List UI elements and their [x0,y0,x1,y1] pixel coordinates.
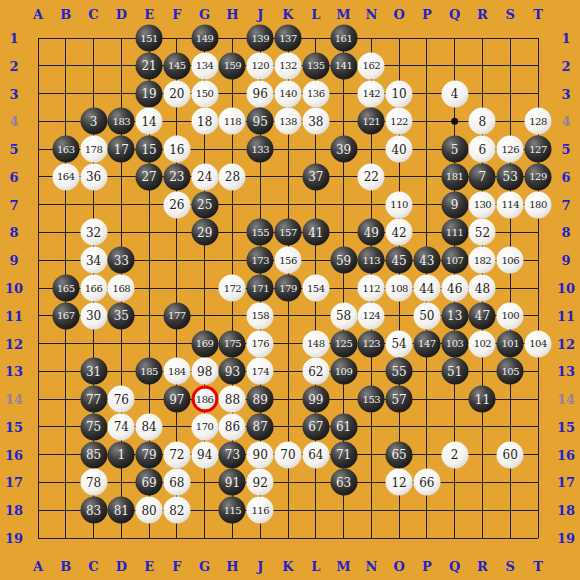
move-number: 18 [197,115,212,127]
row-label: 18 [557,504,575,517]
move-number: 177 [168,311,186,321]
row-label: 2 [9,59,18,72]
move-number: 121 [363,116,381,126]
col-label: A [33,560,43,573]
move-number: 38 [308,115,323,127]
row-label: 7 [9,198,18,211]
row-label: 2 [561,59,570,72]
stone: 70 [275,441,302,468]
stone: 166 [80,275,107,302]
stone: 45 [386,247,413,274]
stone: 46 [441,275,468,302]
stone: 157 [275,219,302,246]
stone: 88 [219,386,246,413]
move-number: 128 [529,116,547,126]
stone: 66 [413,469,440,496]
move-number: 112 [363,283,381,293]
col-label: F [172,8,181,21]
move-number: 149 [196,33,214,43]
stone: 8 [469,108,496,135]
stone: 174 [247,358,274,385]
move-number: 15 [141,143,156,155]
move-number: 66 [419,476,434,488]
move-number: 86 [225,421,240,433]
move-number: 101 [501,339,519,349]
move-number: 34 [86,254,101,266]
move-number: 166 [85,283,103,293]
stone: 159 [219,52,246,79]
stone: 75 [80,413,107,440]
col-label: N [365,560,377,573]
stone: 142 [358,80,385,107]
stone: 97 [163,386,190,413]
stone: 109 [330,358,357,385]
stone: 60 [497,441,524,468]
move-number: 115 [224,505,242,515]
stone: 42 [386,219,413,246]
row-label: 15 [557,420,575,433]
col-label: Q [449,8,460,21]
move-number: 170 [196,422,214,432]
stone: 124 [358,302,385,329]
stone: 3 [80,108,107,135]
move-number: 45 [391,254,406,266]
stone: 173 [247,247,274,274]
stone: 121 [358,108,385,135]
move-number: 67 [308,421,323,433]
stone: 100 [497,302,524,329]
row-label: 14 [557,393,575,406]
move-number: 3 [90,115,98,127]
stone: 25 [191,191,218,218]
stone: 91 [219,469,246,496]
move-number: 80 [141,504,156,516]
move-number: 114 [501,200,519,210]
row-label: 11 [5,309,23,322]
stone: 110 [386,191,413,218]
move-number: 37 [308,171,323,183]
stone: 74 [108,413,135,440]
move-number: 153 [363,394,381,404]
stone: 6 [469,136,496,163]
stone: 48 [469,275,496,302]
move-number: 49 [364,226,379,238]
move-number: 179 [279,283,297,293]
move-number: 24 [197,171,212,183]
stone: 95 [247,108,274,135]
stone: 138 [275,108,302,135]
move-number: 129 [529,172,547,182]
star-point-icon [451,118,458,125]
stone: 72 [163,441,190,468]
stone: 22 [358,163,385,190]
stone: 111 [441,219,468,246]
move-number: 7 [479,171,487,183]
move-number: 105 [501,366,519,376]
stone: 30 [80,302,107,329]
move-number: 138 [279,116,297,126]
col-label: R [477,8,488,21]
stone: 105 [497,358,524,385]
move-number: 35 [114,310,129,322]
stone: 38 [302,108,329,135]
stone: 79 [136,441,163,468]
stone: 122 [386,108,413,135]
stone: 123 [358,330,385,357]
stone: 19 [136,80,163,107]
stone: 64 [302,441,329,468]
stone: 84 [136,413,163,440]
row-label: 5 [561,143,570,156]
move-number: 164 [57,172,75,182]
move-number: 69 [141,476,156,488]
move-number: 99 [308,393,323,405]
move-number: 81 [114,504,129,516]
col-label: E [144,560,154,573]
stone: 63 [330,469,357,496]
move-number: 111 [446,227,464,237]
stone: 149 [191,25,218,52]
stone: 80 [136,497,163,524]
stone: 99 [302,386,329,413]
stone: 52 [469,219,496,246]
stone: 164 [52,163,79,190]
stone: 185 [136,358,163,385]
move-number: 172 [224,283,242,293]
row-label: 3 [9,87,18,100]
move-number: 120 [251,61,269,71]
move-number: 12 [391,476,406,488]
move-number: 75 [86,421,101,433]
move-number: 116 [251,505,269,515]
move-number: 22 [364,171,379,183]
move-number: 52 [475,226,490,238]
stone: 141 [330,52,357,79]
stone: 10 [386,80,413,107]
move-number: 142 [363,89,381,99]
move-number: 147 [418,339,436,349]
col-label: G [199,8,210,21]
stone: 125 [330,330,357,357]
move-number: 110 [390,200,408,210]
move-number: 50 [419,310,434,322]
move-number: 57 [391,393,406,405]
stone: 115 [219,497,246,524]
stone: 135 [302,52,329,79]
stone: 175 [219,330,246,357]
stone: 4 [441,80,468,107]
move-number: 39 [336,143,351,155]
move-number: 71 [336,449,351,461]
stone: 49 [358,219,385,246]
move-number: 8 [479,115,487,127]
move-number: 10 [391,88,406,100]
move-number: 145 [168,61,186,71]
move-number: 182 [474,255,492,265]
row-label: 10 [557,282,575,295]
move-number: 98 [197,365,212,377]
stone: 181 [441,163,468,190]
row-label: 17 [557,476,575,489]
move-number: 4 [451,88,459,100]
row-label: 8 [9,226,18,239]
stone: 106 [497,247,524,274]
col-label: L [311,560,320,573]
move-number: 59 [336,254,351,266]
move-number: 139 [251,33,269,43]
stone: 76 [108,386,135,413]
stone: 158 [247,302,274,329]
move-number: 163 [57,144,75,154]
stone: 41 [302,219,329,246]
move-number: 89 [253,393,268,405]
move-number: 62 [308,365,323,377]
go-board[interactable]: AABBCCDDEEFFGGHHJJKKLLMMNNOOPPQQRRSSTT11… [0,0,580,580]
stone: 179 [275,275,302,302]
move-number: 70 [280,449,295,461]
move-number: 33 [114,254,129,266]
stone: 139 [247,25,274,52]
move-number: 41 [308,226,323,238]
move-number: 178 [85,144,103,154]
move-number: 175 [224,339,242,349]
move-number: 107 [446,255,464,265]
move-number: 97 [169,393,184,405]
move-number: 90 [253,449,268,461]
stone: 61 [330,413,357,440]
stone: 130 [469,191,496,218]
move-number: 91 [225,476,240,488]
row-label: 4 [9,115,18,128]
stone: 71 [330,441,357,468]
stone: 23 [163,163,190,190]
stone: 169 [191,330,218,357]
stone: 126 [497,136,524,163]
move-number: 87 [253,421,268,433]
stone: 58 [330,302,357,329]
move-number: 158 [251,311,269,321]
stone: 168 [108,275,135,302]
move-number: 29 [197,226,212,238]
stone: 118 [219,108,246,135]
stone: 155 [247,219,274,246]
move-number: 47 [475,310,490,322]
row-label: 18 [5,504,23,517]
col-label: C [88,560,98,573]
row-label: 6 [9,170,18,183]
stone: 176 [247,330,274,357]
move-number: 130 [474,200,492,210]
stone: 32 [80,219,107,246]
move-number: 64 [308,449,323,461]
col-label: C [88,8,98,21]
move-number: 137 [279,33,297,43]
stone: 53 [497,163,524,190]
move-number: 73 [225,449,240,461]
stone: 137 [275,25,302,52]
stone: 24 [191,163,218,190]
move-number: 36 [86,171,101,183]
stone: 87 [247,413,274,440]
row-label: 12 [5,337,23,350]
col-label: H [226,560,238,573]
col-label: B [60,560,71,573]
col-label: J [257,560,263,573]
stone: 163 [52,136,79,163]
move-number: 23 [169,171,184,183]
move-number: 126 [501,144,519,154]
move-number: 123 [363,339,381,349]
move-number: 140 [279,89,297,99]
col-label: K [282,560,293,573]
stone: 107 [441,247,468,274]
row-label: 6 [561,170,570,183]
stone: 15 [136,136,163,163]
move-number: 136 [307,89,325,99]
row-label: 9 [9,254,18,267]
col-label: M [336,560,350,573]
move-number: 181 [446,172,464,182]
move-number: 77 [86,393,101,405]
stone: 167 [52,302,79,329]
stone: 33 [108,247,135,274]
col-label: H [226,8,238,21]
stone: 14 [136,108,163,135]
row-label: 13 [5,365,23,378]
stone: 37 [302,163,329,190]
col-label: P [422,8,432,21]
move-number: 13 [447,310,462,322]
col-label: Q [449,560,460,573]
move-number: 135 [307,61,325,71]
row-label: 4 [561,115,570,128]
move-number: 102 [474,339,492,349]
stone: 161 [330,25,357,52]
move-number: 65 [391,449,406,461]
stone: 104 [525,330,552,357]
stone: 1 [108,441,135,468]
move-number: 16 [169,143,184,155]
stone: 89 [247,386,274,413]
stone: 145 [163,52,190,79]
move-number: 155 [251,227,269,237]
move-number: 176 [251,339,269,349]
stone: 82 [163,497,190,524]
move-number: 84 [141,421,156,433]
move-number: 154 [307,283,325,293]
move-number: 44 [419,282,434,294]
move-number: 43 [419,254,434,266]
col-label: A [33,8,43,21]
stone: 112 [358,275,385,302]
col-label: T [533,8,543,21]
move-number: 93 [225,365,240,377]
col-label: K [282,8,293,21]
stone: 154 [302,275,329,302]
stone: 26 [163,191,190,218]
stone: 20 [163,80,190,107]
stone: 57 [386,386,413,413]
stone: 31 [80,358,107,385]
stone: 134 [191,52,218,79]
move-number: 184 [168,366,186,376]
col-label: N [365,8,377,21]
stone: 178 [80,136,107,163]
move-number: 148 [307,339,325,349]
move-number: 151 [140,33,158,43]
move-number: 106 [501,255,519,265]
move-number: 48 [475,282,490,294]
move-number: 118 [224,116,242,126]
move-number: 32 [86,226,101,238]
stone: 68 [163,469,190,496]
row-label: 10 [5,282,23,295]
stone: 94 [191,441,218,468]
stone: 54 [386,330,413,357]
stone: 83 [80,497,107,524]
move-number: 51 [447,365,462,377]
move-number: 1 [118,449,126,461]
move-number: 76 [114,393,129,405]
move-number: 85 [86,449,101,461]
row-label: 19 [5,532,23,545]
stone: 92 [247,469,274,496]
stone: 67 [302,413,329,440]
stone: 103 [441,330,468,357]
stone: 2 [441,441,468,468]
move-number: 54 [391,338,406,350]
stone: 172 [219,275,246,302]
stone: 28 [219,163,246,190]
move-number: 79 [141,449,156,461]
last-move-stone: 186 [191,386,218,413]
stone: 36 [80,163,107,190]
move-number: 19 [141,88,156,100]
stone: 129 [525,163,552,190]
col-label: B [60,8,71,21]
move-number: 55 [391,365,406,377]
stone: 120 [247,52,274,79]
move-number: 169 [196,339,214,349]
stone: 5 [441,136,468,163]
move-number: 63 [336,476,351,488]
stone: 165 [52,275,79,302]
col-label: T [533,560,543,573]
stone: 147 [413,330,440,357]
stone: 59 [330,247,357,274]
stone: 183 [108,108,135,135]
col-label: P [422,560,432,573]
move-number: 20 [169,88,184,100]
stone: 128 [525,108,552,135]
move-number: 78 [86,476,101,488]
stone: 114 [497,191,524,218]
stone: 39 [330,136,357,163]
stone: 156 [275,247,302,274]
move-number: 25 [197,199,212,211]
stone: 47 [469,302,496,329]
row-label: 17 [5,476,23,489]
stone: 153 [358,386,385,413]
move-number: 168 [113,283,131,293]
move-number: 103 [446,339,464,349]
stone: 44 [413,275,440,302]
row-label: 11 [557,309,575,322]
stone: 7 [469,163,496,190]
stone: 29 [191,219,218,246]
row-label: 8 [561,226,570,239]
col-label: S [506,8,515,21]
